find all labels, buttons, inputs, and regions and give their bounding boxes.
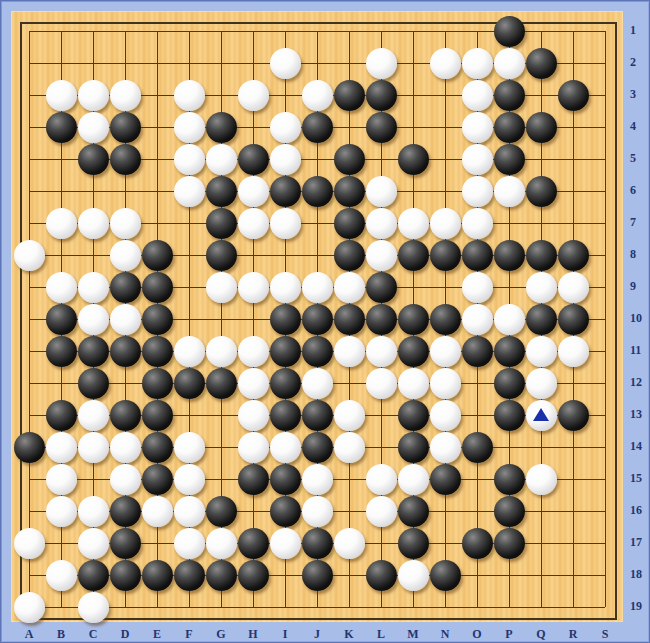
stone-black	[558, 80, 589, 111]
stone-white	[398, 208, 429, 239]
stone-black	[398, 144, 429, 175]
stone-white	[238, 336, 269, 367]
stone-black	[334, 304, 365, 335]
stone-black	[526, 176, 557, 207]
row-label: 16	[630, 503, 650, 518]
stone-white	[14, 592, 45, 623]
row-label: 6	[630, 183, 650, 198]
stone-white	[14, 528, 45, 559]
stone-white	[78, 528, 109, 559]
stone-black	[238, 528, 269, 559]
stone-white	[238, 368, 269, 399]
stone-black	[398, 304, 429, 335]
stone-black	[206, 496, 237, 527]
stone-white	[78, 272, 109, 303]
stone-black	[206, 208, 237, 239]
stone-black	[142, 304, 173, 335]
stone-white	[302, 80, 333, 111]
stone-white	[430, 368, 461, 399]
stone-black	[110, 112, 141, 143]
stone-black	[270, 304, 301, 335]
stone-black	[334, 176, 365, 207]
row-label: 9	[630, 279, 650, 294]
row-label: 5	[630, 151, 650, 166]
stone-white	[78, 400, 109, 431]
stone-black	[398, 496, 429, 527]
stone-white	[238, 400, 269, 431]
stone-white	[270, 48, 301, 79]
column-label: Q	[531, 627, 551, 642]
column-label: N	[435, 627, 455, 642]
stone-black	[142, 368, 173, 399]
stone-white	[14, 240, 45, 271]
stone-white	[398, 560, 429, 591]
column-label: P	[499, 627, 519, 642]
stone-black	[430, 240, 461, 271]
stone-white	[78, 112, 109, 143]
stone-black	[398, 528, 429, 559]
stone-white	[46, 432, 77, 463]
stone-white	[206, 272, 237, 303]
row-label: 1	[630, 23, 650, 38]
stone-white	[494, 304, 525, 335]
stone-black	[494, 80, 525, 111]
stone-black	[462, 528, 493, 559]
stone-black	[494, 144, 525, 175]
stone-white	[238, 80, 269, 111]
stone-white	[462, 80, 493, 111]
stone-white	[238, 432, 269, 463]
stone-black	[110, 496, 141, 527]
stone-white	[78, 592, 109, 623]
stone-white	[270, 272, 301, 303]
column-label: C	[83, 627, 103, 642]
stone-white	[78, 496, 109, 527]
stone-black	[334, 144, 365, 175]
stone-white	[366, 48, 397, 79]
stone-black	[526, 240, 557, 271]
column-label: J	[307, 627, 327, 642]
stone-white	[78, 432, 109, 463]
stone-white	[174, 432, 205, 463]
stone-white	[110, 80, 141, 111]
stone-black	[366, 560, 397, 591]
stone-white	[46, 464, 77, 495]
stone-white	[366, 496, 397, 527]
stone-black	[110, 560, 141, 591]
stone-white	[238, 208, 269, 239]
row-label: 12	[630, 375, 650, 390]
stone-black	[302, 432, 333, 463]
grid-line-horizontal	[29, 607, 605, 608]
stone-white	[110, 208, 141, 239]
stone-black	[302, 304, 333, 335]
stone-white	[270, 432, 301, 463]
stone-black	[46, 304, 77, 335]
column-label: E	[147, 627, 167, 642]
stone-black	[398, 432, 429, 463]
stone-white	[270, 208, 301, 239]
go-board-window: ABCDEFGHIJKLMNOPQRS 12345678910111213141…	[0, 0, 650, 643]
grid-line-vertical	[605, 31, 606, 607]
stone-white	[334, 336, 365, 367]
stone-black	[494, 16, 525, 47]
stone-white	[366, 368, 397, 399]
stone-black	[110, 144, 141, 175]
stone-white	[46, 272, 77, 303]
column-label: O	[467, 627, 487, 642]
stone-black	[270, 368, 301, 399]
stone-white	[526, 272, 557, 303]
stone-white	[174, 80, 205, 111]
stone-black	[46, 112, 77, 143]
stone-black	[430, 304, 461, 335]
stone-black	[302, 400, 333, 431]
stone-white	[398, 464, 429, 495]
stone-black	[430, 560, 461, 591]
stone-black	[206, 240, 237, 271]
stone-black	[142, 464, 173, 495]
stone-black	[174, 368, 205, 399]
stone-white	[334, 400, 365, 431]
stone-black	[302, 176, 333, 207]
column-label: S	[595, 627, 615, 642]
stone-white	[462, 208, 493, 239]
stone-white	[494, 48, 525, 79]
column-label: R	[563, 627, 583, 642]
stone-black	[558, 400, 589, 431]
stone-white	[206, 144, 237, 175]
stone-black	[398, 400, 429, 431]
stone-black	[46, 336, 77, 367]
column-label: A	[19, 627, 39, 642]
column-label: G	[211, 627, 231, 642]
stone-white	[430, 48, 461, 79]
stone-black	[270, 176, 301, 207]
stone-black	[110, 400, 141, 431]
stone-white	[430, 208, 461, 239]
column-label: H	[243, 627, 263, 642]
stone-white	[430, 432, 461, 463]
stone-white	[302, 272, 333, 303]
stone-black	[270, 336, 301, 367]
stone-black	[494, 368, 525, 399]
stone-white	[462, 48, 493, 79]
stone-black	[110, 336, 141, 367]
stone-white	[270, 144, 301, 175]
stone-black	[78, 560, 109, 591]
row-label: 13	[630, 407, 650, 422]
column-label: K	[339, 627, 359, 642]
stone-white	[526, 368, 557, 399]
row-label: 14	[630, 439, 650, 454]
stone-black	[334, 240, 365, 271]
stone-black	[206, 176, 237, 207]
stone-black	[366, 272, 397, 303]
stone-white	[110, 304, 141, 335]
stone-white	[334, 528, 365, 559]
stone-white	[110, 240, 141, 271]
stone-black	[494, 336, 525, 367]
stone-white	[78, 80, 109, 111]
stone-black	[238, 560, 269, 591]
stone-white	[430, 400, 461, 431]
stone-white	[462, 144, 493, 175]
stone-black	[494, 528, 525, 559]
stone-black	[46, 400, 77, 431]
stone-white	[462, 176, 493, 207]
stone-black	[142, 272, 173, 303]
stone-black	[494, 112, 525, 143]
stone-black	[462, 240, 493, 271]
stone-white	[110, 432, 141, 463]
stone-white	[462, 304, 493, 335]
stone-white	[558, 336, 589, 367]
stone-white	[238, 176, 269, 207]
last-move-triangle-marker	[533, 408, 549, 421]
stone-black	[142, 432, 173, 463]
stone-black	[462, 336, 493, 367]
stone-white	[174, 336, 205, 367]
column-label: L	[371, 627, 391, 642]
stone-black	[302, 336, 333, 367]
row-label: 7	[630, 215, 650, 230]
stone-white	[270, 528, 301, 559]
stone-white	[462, 272, 493, 303]
row-label: 17	[630, 535, 650, 550]
column-label: F	[179, 627, 199, 642]
stone-black	[142, 336, 173, 367]
row-label: 19	[630, 599, 650, 614]
stone-black	[366, 112, 397, 143]
stone-black	[302, 560, 333, 591]
stone-black	[334, 208, 365, 239]
stone-white	[174, 144, 205, 175]
stone-black	[14, 432, 45, 463]
stone-black	[302, 112, 333, 143]
stone-black	[398, 240, 429, 271]
stone-white	[302, 464, 333, 495]
column-label: D	[115, 627, 135, 642]
stone-white	[78, 304, 109, 335]
stone-white	[78, 208, 109, 239]
stone-black	[78, 336, 109, 367]
stone-white	[302, 496, 333, 527]
stone-white	[142, 496, 173, 527]
row-label: 18	[630, 567, 650, 582]
stone-white	[462, 112, 493, 143]
row-label: 8	[630, 247, 650, 262]
stone-black	[206, 112, 237, 143]
stone-black	[206, 560, 237, 591]
row-label: 3	[630, 87, 650, 102]
stone-white	[366, 176, 397, 207]
stone-white	[46, 560, 77, 591]
stone-white	[206, 528, 237, 559]
stone-white	[174, 464, 205, 495]
stone-white	[110, 464, 141, 495]
stone-white	[174, 528, 205, 559]
stone-white	[526, 336, 557, 367]
stone-black	[558, 304, 589, 335]
stone-black	[206, 368, 237, 399]
stone-black	[238, 144, 269, 175]
stone-black	[78, 368, 109, 399]
row-label: 10	[630, 311, 650, 326]
stone-white	[430, 336, 461, 367]
stone-black	[494, 464, 525, 495]
stone-black	[110, 528, 141, 559]
stone-white	[366, 208, 397, 239]
stone-white	[558, 272, 589, 303]
column-label: M	[403, 627, 423, 642]
stone-white	[398, 368, 429, 399]
stone-black	[494, 400, 525, 431]
stone-white	[494, 176, 525, 207]
row-label: 15	[630, 471, 650, 486]
stone-black	[494, 240, 525, 271]
stone-white	[526, 464, 557, 495]
stone-black	[302, 528, 333, 559]
stone-white	[238, 272, 269, 303]
stone-white	[174, 176, 205, 207]
stone-white	[174, 496, 205, 527]
stone-black	[366, 304, 397, 335]
row-label: 4	[630, 119, 650, 134]
stone-black	[494, 496, 525, 527]
stone-black	[526, 304, 557, 335]
stone-black	[334, 80, 365, 111]
stone-black	[238, 464, 269, 495]
column-label: B	[51, 627, 71, 642]
stone-white	[270, 112, 301, 143]
stone-white	[366, 336, 397, 367]
stone-black	[142, 560, 173, 591]
stone-black	[270, 400, 301, 431]
stone-black	[526, 112, 557, 143]
stone-white	[46, 80, 77, 111]
stone-black	[174, 560, 205, 591]
stone-black	[142, 240, 173, 271]
stone-black	[462, 432, 493, 463]
stone-black	[78, 144, 109, 175]
stone-white	[46, 208, 77, 239]
stone-black	[270, 464, 301, 495]
stone-black	[558, 240, 589, 271]
stone-black	[430, 464, 461, 495]
stone-white	[334, 272, 365, 303]
stone-white	[206, 336, 237, 367]
stone-black	[270, 496, 301, 527]
stone-white	[174, 112, 205, 143]
stone-white	[46, 496, 77, 527]
stone-black	[526, 48, 557, 79]
column-label: I	[275, 627, 295, 642]
row-label: 11	[630, 343, 650, 358]
stone-black	[398, 336, 429, 367]
stone-white	[366, 464, 397, 495]
stone-white	[302, 368, 333, 399]
stone-white	[366, 240, 397, 271]
stone-black	[142, 400, 173, 431]
row-label: 2	[630, 55, 650, 70]
stone-black	[110, 272, 141, 303]
stone-black	[366, 80, 397, 111]
stone-white	[334, 432, 365, 463]
